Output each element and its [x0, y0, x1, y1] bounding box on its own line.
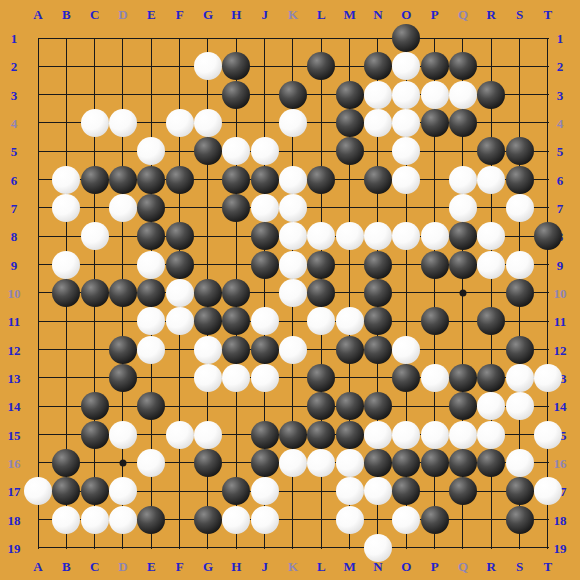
point-A6[interactable] — [24, 166, 52, 194]
point-H19[interactable] — [222, 534, 250, 562]
stone-black-M15[interactable] — [336, 421, 364, 449]
stone-black-N11[interactable] — [364, 307, 392, 335]
stone-white-D4[interactable] — [109, 109, 137, 137]
stone-white-T13[interactable] — [534, 364, 562, 392]
stone-black-O16[interactable] — [392, 449, 420, 477]
stone-black-P4[interactable] — [421, 109, 449, 137]
point-H9[interactable] — [222, 251, 250, 279]
point-B14[interactable] — [52, 392, 80, 420]
stone-white-M11[interactable] — [336, 307, 364, 335]
point-R4[interactable] — [477, 109, 505, 137]
stone-black-H10[interactable] — [222, 279, 250, 307]
point-A4[interactable] — [24, 109, 52, 137]
stone-black-D13[interactable] — [109, 364, 137, 392]
stone-black-R16[interactable] — [477, 449, 505, 477]
stone-white-Q7[interactable] — [449, 194, 477, 222]
stone-black-F6[interactable] — [166, 166, 194, 194]
point-A10[interactable] — [24, 279, 52, 307]
point-O19[interactable] — [392, 534, 420, 562]
point-D3[interactable] — [109, 81, 137, 109]
point-A9[interactable] — [24, 251, 52, 279]
stone-black-R5[interactable] — [477, 137, 505, 165]
point-O14[interactable] — [392, 392, 420, 420]
stone-white-E11[interactable] — [137, 307, 165, 335]
stone-black-P18[interactable] — [421, 506, 449, 534]
stone-black-E14[interactable] — [137, 392, 165, 420]
point-F12[interactable] — [166, 336, 194, 364]
point-F18[interactable] — [166, 506, 194, 534]
point-B11[interactable] — [52, 307, 80, 335]
point-R2[interactable] — [477, 52, 505, 80]
stone-black-L6[interactable] — [307, 166, 335, 194]
point-K19[interactable] — [279, 534, 307, 562]
stone-black-J12[interactable] — [251, 336, 279, 364]
stone-white-J17[interactable] — [251, 477, 279, 505]
point-B15[interactable] — [52, 421, 80, 449]
stone-black-T8[interactable] — [534, 222, 562, 250]
stone-black-H12[interactable] — [222, 336, 250, 364]
stone-black-S18[interactable] — [506, 506, 534, 534]
stone-white-B6[interactable] — [52, 166, 80, 194]
stone-white-T15[interactable] — [534, 421, 562, 449]
point-D11[interactable] — [109, 307, 137, 335]
point-H8[interactable] — [222, 222, 250, 250]
stone-black-N6[interactable] — [364, 166, 392, 194]
point-P17[interactable] — [421, 477, 449, 505]
stone-white-J11[interactable] — [251, 307, 279, 335]
stone-white-G12[interactable] — [194, 336, 222, 364]
point-A18[interactable] — [24, 506, 52, 534]
point-D14[interactable] — [109, 392, 137, 420]
point-B19[interactable] — [52, 534, 80, 562]
stone-black-K3[interactable] — [279, 81, 307, 109]
stone-black-Q8[interactable] — [449, 222, 477, 250]
stone-black-N14[interactable] — [364, 392, 392, 420]
stone-white-K8[interactable] — [279, 222, 307, 250]
stone-black-S5[interactable] — [506, 137, 534, 165]
point-E13[interactable] — [137, 364, 165, 392]
stone-black-G5[interactable] — [194, 137, 222, 165]
point-G3[interactable] — [194, 81, 222, 109]
stone-black-Q14[interactable] — [449, 392, 477, 420]
point-C2[interactable] — [81, 52, 109, 80]
point-K1[interactable] — [279, 24, 307, 52]
point-L12[interactable] — [307, 336, 335, 364]
stone-black-B10[interactable] — [52, 279, 80, 307]
point-Q18[interactable] — [449, 506, 477, 534]
point-T3[interactable] — [534, 81, 562, 109]
point-A13[interactable] — [24, 364, 52, 392]
point-P12[interactable] — [421, 336, 449, 364]
stone-black-M4[interactable] — [336, 109, 364, 137]
stone-black-J16[interactable] — [251, 449, 279, 477]
point-K5[interactable] — [279, 137, 307, 165]
stone-black-Q16[interactable] — [449, 449, 477, 477]
point-C12[interactable] — [81, 336, 109, 364]
stone-white-N15[interactable] — [364, 421, 392, 449]
point-F16[interactable] — [166, 449, 194, 477]
point-A7[interactable] — [24, 194, 52, 222]
point-T6[interactable] — [534, 166, 562, 194]
stone-white-A17[interactable] — [24, 477, 52, 505]
point-C7[interactable] — [81, 194, 109, 222]
stone-black-H3[interactable] — [222, 81, 250, 109]
stone-white-L8[interactable] — [307, 222, 335, 250]
stone-black-N9[interactable] — [364, 251, 392, 279]
stone-black-H7[interactable] — [222, 194, 250, 222]
stone-black-P2[interactable] — [421, 52, 449, 80]
stone-black-P9[interactable] — [421, 251, 449, 279]
stone-white-S9[interactable] — [506, 251, 534, 279]
stone-black-M14[interactable] — [336, 392, 364, 420]
point-T16[interactable] — [534, 449, 562, 477]
point-T18[interactable] — [534, 506, 562, 534]
point-F7[interactable] — [166, 194, 194, 222]
stone-black-Q9[interactable] — [449, 251, 477, 279]
point-C16[interactable] — [81, 449, 109, 477]
point-T5[interactable] — [534, 137, 562, 165]
stone-white-B7[interactable] — [52, 194, 80, 222]
stone-white-K12[interactable] — [279, 336, 307, 364]
point-J2[interactable] — [251, 52, 279, 80]
stone-white-J18[interactable] — [251, 506, 279, 534]
point-N18[interactable] — [364, 506, 392, 534]
point-J14[interactable] — [251, 392, 279, 420]
go-board[interactable]: AA11BB22CC33DD44EE55FF66GG77HH88JJ99KK10… — [0, 0, 580, 580]
point-A12[interactable] — [24, 336, 52, 364]
point-D19[interactable] — [109, 534, 137, 562]
stone-black-D12[interactable] — [109, 336, 137, 364]
point-B4[interactable] — [52, 109, 80, 137]
stone-white-M8[interactable] — [336, 222, 364, 250]
point-M19[interactable] — [336, 534, 364, 562]
stone-white-D15[interactable] — [109, 421, 137, 449]
point-O9[interactable] — [392, 251, 420, 279]
point-B1[interactable] — [52, 24, 80, 52]
point-C9[interactable] — [81, 251, 109, 279]
point-F13[interactable] — [166, 364, 194, 392]
stone-white-K7[interactable] — [279, 194, 307, 222]
stone-white-O6[interactable] — [392, 166, 420, 194]
point-R18[interactable] — [477, 506, 505, 534]
stone-black-D10[interactable] — [109, 279, 137, 307]
stone-black-H11[interactable] — [222, 307, 250, 335]
point-Q1[interactable] — [449, 24, 477, 52]
stone-white-Q15[interactable] — [449, 421, 477, 449]
stone-white-O18[interactable] — [392, 506, 420, 534]
stone-black-H17[interactable] — [222, 477, 250, 505]
point-L5[interactable] — [307, 137, 335, 165]
point-D2[interactable] — [109, 52, 137, 80]
stone-black-P11[interactable] — [421, 307, 449, 335]
point-P6[interactable] — [421, 166, 449, 194]
point-C5[interactable] — [81, 137, 109, 165]
point-H1[interactable] — [222, 24, 250, 52]
stone-black-L15[interactable] — [307, 421, 335, 449]
stone-black-R3[interactable] — [477, 81, 505, 109]
stone-white-E9[interactable] — [137, 251, 165, 279]
point-G14[interactable] — [194, 392, 222, 420]
stone-white-B9[interactable] — [52, 251, 80, 279]
stone-white-J13[interactable] — [251, 364, 279, 392]
point-E2[interactable] — [137, 52, 165, 80]
stone-white-H5[interactable] — [222, 137, 250, 165]
stone-white-N4[interactable] — [364, 109, 392, 137]
stone-black-Q2[interactable] — [449, 52, 477, 80]
stone-white-E12[interactable] — [137, 336, 165, 364]
stone-white-E5[interactable] — [137, 137, 165, 165]
stone-black-L13[interactable] — [307, 364, 335, 392]
stone-white-O12[interactable] — [392, 336, 420, 364]
point-F14[interactable] — [166, 392, 194, 420]
point-J1[interactable] — [251, 24, 279, 52]
point-P1[interactable] — [421, 24, 449, 52]
point-E15[interactable] — [137, 421, 165, 449]
point-A19[interactable] — [24, 534, 52, 562]
stone-white-K6[interactable] — [279, 166, 307, 194]
stone-black-H2[interactable] — [222, 52, 250, 80]
stone-white-O15[interactable] — [392, 421, 420, 449]
point-A3[interactable] — [24, 81, 52, 109]
stone-white-P13[interactable] — [421, 364, 449, 392]
stone-black-E10[interactable] — [137, 279, 165, 307]
point-C19[interactable] — [81, 534, 109, 562]
stone-white-B18[interactable] — [52, 506, 80, 534]
point-M2[interactable] — [336, 52, 364, 80]
point-A15[interactable] — [24, 421, 52, 449]
stone-white-S14[interactable] — [506, 392, 534, 420]
point-D5[interactable] — [109, 137, 137, 165]
point-M1[interactable] — [336, 24, 364, 52]
point-K13[interactable] — [279, 364, 307, 392]
point-L17[interactable] — [307, 477, 335, 505]
stone-white-H18[interactable] — [222, 506, 250, 534]
point-S4[interactable] — [506, 109, 534, 137]
stone-white-H13[interactable] — [222, 364, 250, 392]
stone-white-S13[interactable] — [506, 364, 534, 392]
point-G9[interactable] — [194, 251, 222, 279]
stone-black-G18[interactable] — [194, 506, 222, 534]
stone-white-R9[interactable] — [477, 251, 505, 279]
stone-white-R14[interactable] — [477, 392, 505, 420]
stone-black-M3[interactable] — [336, 81, 364, 109]
point-T7[interactable] — [534, 194, 562, 222]
point-C3[interactable] — [81, 81, 109, 109]
stone-black-N10[interactable] — [364, 279, 392, 307]
stone-black-Q13[interactable] — [449, 364, 477, 392]
stone-black-R11[interactable] — [477, 307, 505, 335]
stone-white-K10[interactable] — [279, 279, 307, 307]
point-E19[interactable] — [137, 534, 165, 562]
stone-black-N16[interactable] — [364, 449, 392, 477]
stone-black-J15[interactable] — [251, 421, 279, 449]
stone-white-R15[interactable] — [477, 421, 505, 449]
stone-white-O3[interactable] — [392, 81, 420, 109]
stone-white-N3[interactable] — [364, 81, 392, 109]
point-L7[interactable] — [307, 194, 335, 222]
stone-black-C15[interactable] — [81, 421, 109, 449]
stone-white-Q6[interactable] — [449, 166, 477, 194]
stone-white-M17[interactable] — [336, 477, 364, 505]
point-F19[interactable] — [166, 534, 194, 562]
stone-black-C6[interactable] — [81, 166, 109, 194]
stone-white-G2[interactable] — [194, 52, 222, 80]
point-A8[interactable] — [24, 222, 52, 250]
point-J19[interactable] — [251, 534, 279, 562]
point-F3[interactable] — [166, 81, 194, 109]
stone-white-S16[interactable] — [506, 449, 534, 477]
point-B8[interactable] — [52, 222, 80, 250]
stone-black-Q4[interactable] — [449, 109, 477, 137]
stone-black-E6[interactable] — [137, 166, 165, 194]
stone-white-J5[interactable] — [251, 137, 279, 165]
point-R17[interactable] — [477, 477, 505, 505]
point-D9[interactable] — [109, 251, 137, 279]
point-F2[interactable] — [166, 52, 194, 80]
point-Q12[interactable] — [449, 336, 477, 364]
point-S15[interactable] — [506, 421, 534, 449]
point-O11[interactable] — [392, 307, 420, 335]
stone-black-G10[interactable] — [194, 279, 222, 307]
point-T19[interactable] — [534, 534, 562, 562]
point-S19[interactable] — [506, 534, 534, 562]
point-P5[interactable] — [421, 137, 449, 165]
stone-black-G11[interactable] — [194, 307, 222, 335]
point-H16[interactable] — [222, 449, 250, 477]
stone-white-K16[interactable] — [279, 449, 307, 477]
stone-white-R8[interactable] — [477, 222, 505, 250]
stone-black-L14[interactable] — [307, 392, 335, 420]
stone-black-B17[interactable] — [52, 477, 80, 505]
stone-white-G15[interactable] — [194, 421, 222, 449]
point-R1[interactable] — [477, 24, 505, 52]
stone-black-G16[interactable] — [194, 449, 222, 477]
point-M6[interactable] — [336, 166, 364, 194]
point-S11[interactable] — [506, 307, 534, 335]
point-Q19[interactable] — [449, 534, 477, 562]
point-J4[interactable] — [251, 109, 279, 137]
stone-black-N2[interactable] — [364, 52, 392, 80]
point-T14[interactable] — [534, 392, 562, 420]
point-G8[interactable] — [194, 222, 222, 250]
stone-white-F15[interactable] — [166, 421, 194, 449]
point-K11[interactable] — [279, 307, 307, 335]
stone-white-F10[interactable] — [166, 279, 194, 307]
point-D1[interactable] — [109, 24, 137, 52]
stone-black-F8[interactable] — [166, 222, 194, 250]
stone-white-L11[interactable] — [307, 307, 335, 335]
point-T12[interactable] — [534, 336, 562, 364]
point-L19[interactable] — [307, 534, 335, 562]
point-M9[interactable] — [336, 251, 364, 279]
point-F5[interactable] — [166, 137, 194, 165]
point-N1[interactable] — [364, 24, 392, 52]
point-N13[interactable] — [364, 364, 392, 392]
point-D8[interactable] — [109, 222, 137, 250]
point-L18[interactable] — [307, 506, 335, 534]
stone-black-J9[interactable] — [251, 251, 279, 279]
stone-black-C10[interactable] — [81, 279, 109, 307]
stone-black-E7[interactable] — [137, 194, 165, 222]
stone-black-C17[interactable] — [81, 477, 109, 505]
point-F1[interactable] — [166, 24, 194, 52]
stone-white-N19[interactable] — [364, 534, 392, 562]
stone-black-L10[interactable] — [307, 279, 335, 307]
point-C13[interactable] — [81, 364, 109, 392]
stone-white-D7[interactable] — [109, 194, 137, 222]
point-E4[interactable] — [137, 109, 165, 137]
point-M13[interactable] — [336, 364, 364, 392]
stone-white-O2[interactable] — [392, 52, 420, 80]
point-B5[interactable] — [52, 137, 80, 165]
point-B2[interactable] — [52, 52, 80, 80]
point-P19[interactable] — [421, 534, 449, 562]
point-B12[interactable] — [52, 336, 80, 364]
stone-white-E16[interactable] — [137, 449, 165, 477]
point-K2[interactable] — [279, 52, 307, 80]
stone-black-D6[interactable] — [109, 166, 137, 194]
stone-white-C8[interactable] — [81, 222, 109, 250]
stone-black-C14[interactable] — [81, 392, 109, 420]
stone-white-L16[interactable] — [307, 449, 335, 477]
point-T10[interactable] — [534, 279, 562, 307]
point-E1[interactable] — [137, 24, 165, 52]
stone-black-O1[interactable] — [392, 24, 420, 52]
stone-white-J7[interactable] — [251, 194, 279, 222]
point-P7[interactable] — [421, 194, 449, 222]
point-P10[interactable] — [421, 279, 449, 307]
stone-black-H6[interactable] — [222, 166, 250, 194]
stone-black-E18[interactable] — [137, 506, 165, 534]
stone-black-S17[interactable] — [506, 477, 534, 505]
stone-white-S7[interactable] — [506, 194, 534, 222]
stone-white-P15[interactable] — [421, 421, 449, 449]
point-T1[interactable] — [534, 24, 562, 52]
point-R19[interactable] — [477, 534, 505, 562]
stone-white-O5[interactable] — [392, 137, 420, 165]
point-R7[interactable] — [477, 194, 505, 222]
point-K14[interactable] — [279, 392, 307, 420]
point-T2[interactable] — [534, 52, 562, 80]
stone-white-K4[interactable] — [279, 109, 307, 137]
stone-black-K15[interactable] — [279, 421, 307, 449]
point-R10[interactable] — [477, 279, 505, 307]
point-S1[interactable] — [506, 24, 534, 52]
stone-white-K9[interactable] — [279, 251, 307, 279]
stone-black-M5[interactable] — [336, 137, 364, 165]
point-K17[interactable] — [279, 477, 307, 505]
stone-white-P8[interactable] — [421, 222, 449, 250]
point-B3[interactable] — [52, 81, 80, 109]
stone-white-G4[interactable] — [194, 109, 222, 137]
point-K18[interactable] — [279, 506, 307, 534]
stone-black-O17[interactable] — [392, 477, 420, 505]
point-L3[interactable] — [307, 81, 335, 109]
stone-black-Q17[interactable] — [449, 477, 477, 505]
stone-black-O13[interactable] — [392, 364, 420, 392]
stone-black-E8[interactable] — [137, 222, 165, 250]
stone-white-O8[interactable] — [392, 222, 420, 250]
stone-black-F9[interactable] — [166, 251, 194, 279]
stone-white-T17[interactable] — [534, 477, 562, 505]
stone-white-C18[interactable] — [81, 506, 109, 534]
point-J10[interactable] — [251, 279, 279, 307]
point-L4[interactable] — [307, 109, 335, 137]
point-T11[interactable] — [534, 307, 562, 335]
point-Q11[interactable] — [449, 307, 477, 335]
point-H14[interactable] — [222, 392, 250, 420]
stone-black-S12[interactable] — [506, 336, 534, 364]
